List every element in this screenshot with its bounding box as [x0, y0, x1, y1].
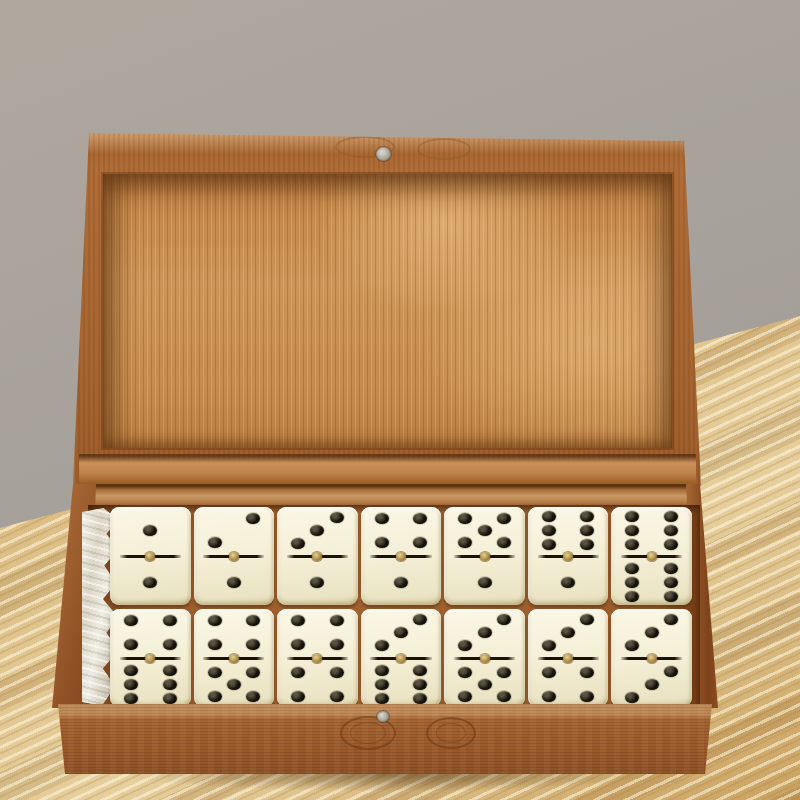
domino-half-top [277, 507, 358, 553]
box-lid [73, 128, 702, 486]
domino-half-top [528, 507, 609, 553]
bamboo-knot-icon [426, 717, 476, 749]
domino-half-top [194, 609, 275, 655]
domino-half-bottom [611, 559, 692, 605]
domino-pip [458, 691, 472, 702]
domino-pip [497, 537, 511, 548]
domino-half-bottom [110, 559, 191, 605]
domino-pip [478, 577, 492, 588]
domino-pip [375, 513, 389, 524]
domino-pip [375, 537, 389, 548]
domino-pip [625, 539, 639, 550]
domino-tile-r1c6 [528, 507, 609, 605]
domino-pip [163, 665, 177, 676]
domino-pip [227, 577, 241, 588]
domino-half-bottom [361, 661, 442, 707]
domino-pip [542, 691, 556, 702]
domino-pip [542, 511, 556, 522]
domino-pip [625, 640, 639, 651]
lid-inner-panel [103, 174, 672, 448]
domino-pip [375, 640, 389, 651]
domino-pip [413, 665, 427, 676]
domino-pip [542, 539, 556, 550]
domino-pip [542, 667, 556, 678]
domino-pip [497, 691, 511, 702]
domino-pip [246, 691, 260, 702]
domino-spinner [229, 552, 239, 561]
domino-pip [645, 627, 659, 638]
domino-tile-r1c1 [110, 507, 191, 605]
domino-pip [208, 615, 222, 626]
domino-pip [291, 639, 305, 650]
domino-pip [208, 537, 222, 548]
domino-half-top [444, 507, 525, 553]
domino-pip [330, 639, 344, 650]
domino-pip [542, 525, 556, 536]
domino-spinner [563, 654, 573, 663]
domino-pip [664, 539, 678, 550]
domino-half-bottom [194, 661, 275, 707]
domino-pip [227, 679, 241, 690]
domino-tile-r1c3 [277, 507, 358, 605]
domino-half-top [110, 609, 191, 655]
domino-pip [664, 591, 678, 602]
domino-pip [163, 693, 177, 704]
domino-pip [124, 639, 138, 650]
domino-pip [291, 667, 305, 678]
domino-pip [330, 512, 344, 523]
domino-pip [625, 525, 639, 536]
lid-bottom-rim [79, 454, 696, 486]
domino-pip [625, 692, 639, 703]
domino-spinner [145, 654, 155, 663]
domino-pip [478, 525, 492, 536]
domino-half-bottom [110, 661, 191, 707]
domino-pip [375, 693, 389, 704]
domino-pip [246, 615, 260, 626]
domino-pip [561, 627, 575, 638]
bamboo-knot-icon [340, 716, 396, 750]
domino-pip [625, 591, 639, 602]
domino-tile-r2c6 [528, 609, 609, 707]
domino-pip [124, 679, 138, 690]
domino-half-bottom [444, 559, 525, 605]
domino-tile-r2c3 [277, 609, 358, 707]
domino-spinner [145, 552, 155, 561]
domino-pip [124, 665, 138, 676]
domino-pip [625, 563, 639, 574]
domino-pip [580, 667, 594, 678]
domino-pip [246, 513, 260, 524]
domino-pip [394, 577, 408, 588]
domino-pip [246, 667, 260, 678]
domino-pip [458, 667, 472, 678]
domino-pip [580, 539, 594, 550]
domino-pip [664, 577, 678, 588]
domino-pip [561, 577, 575, 588]
domino-pip [580, 525, 594, 536]
domino-pip [458, 640, 472, 651]
domino-pip [413, 693, 427, 704]
domino-half-bottom [277, 559, 358, 605]
domino-pip [580, 691, 594, 702]
domino-pip [542, 640, 556, 651]
domino-pip [664, 563, 678, 574]
domino-pip [478, 679, 492, 690]
domino-spinner [229, 654, 239, 663]
domino-spinner [396, 552, 406, 561]
domino-half-bottom [611, 661, 692, 707]
domino-half-top [361, 507, 442, 553]
domino-half-bottom [361, 559, 442, 605]
domino-half-bottom [528, 661, 609, 707]
domino-pip [291, 691, 305, 702]
domino-pip [375, 679, 389, 690]
domino-pip [664, 666, 678, 677]
domino-tile-r2c4 [361, 609, 442, 707]
domino-tile-r2c2 [194, 609, 275, 707]
domino-pip [413, 537, 427, 548]
domino-pip [124, 615, 138, 626]
domino-tile-r1c5 [444, 507, 525, 605]
domino-pip [330, 691, 344, 702]
domino-pip [310, 525, 324, 536]
domino-pip [497, 667, 511, 678]
scene [0, 0, 800, 800]
domino-spinner [647, 552, 657, 561]
domino-pip [645, 679, 659, 690]
domino-half-top [194, 507, 275, 553]
domino-pip [208, 639, 222, 650]
box-front-wall [54, 704, 716, 774]
domino-grid [110, 507, 692, 707]
domino-half-bottom [277, 661, 358, 707]
domino-spinner [312, 654, 322, 663]
domino-pip [330, 667, 344, 678]
domino-pip [394, 627, 408, 638]
lid-magnet-clasp-icon [376, 147, 391, 161]
domino-pip [143, 525, 157, 536]
domino-pip [143, 577, 157, 588]
domino-pip [163, 615, 177, 626]
domino-half-top [528, 609, 609, 655]
domino-half-bottom [444, 661, 525, 707]
domino-spinner [647, 654, 657, 663]
domino-pip [664, 614, 678, 625]
domino-spinner [312, 552, 322, 561]
domino-pip [413, 614, 427, 625]
domino-pip [330, 615, 344, 626]
domino-tile-r2c5 [444, 609, 525, 707]
domino-half-top [361, 609, 442, 655]
domino-half-top [611, 507, 692, 553]
domino-pip [310, 577, 324, 588]
domino-half-bottom [528, 559, 609, 605]
domino-tile-r1c4 [361, 507, 442, 605]
domino-pip [580, 614, 594, 625]
domino-pip [291, 615, 305, 626]
domino-pip [478, 627, 492, 638]
domino-half-top [110, 507, 191, 553]
domino-tile-r1c7 [611, 507, 692, 605]
domino-pip [664, 525, 678, 536]
domino-tile-r2c7 [611, 609, 692, 707]
domino-pip [497, 614, 511, 625]
domino-pip [208, 691, 222, 702]
domino-pip [375, 665, 389, 676]
domino-spinner [480, 552, 490, 561]
domino-half-bottom [194, 559, 275, 605]
domino-pip [246, 639, 260, 650]
domino-pip [458, 513, 472, 524]
domino-pip [625, 511, 639, 522]
domino-spinner [563, 552, 573, 561]
domino-pip [163, 639, 177, 650]
domino-pip [625, 577, 639, 588]
domino-pip [163, 679, 177, 690]
domino-half-top [611, 609, 692, 655]
domino-pip [458, 537, 472, 548]
domino-pip [580, 511, 594, 522]
front-magnet-clasp-icon [377, 711, 389, 722]
domino-pip [664, 511, 678, 522]
domino-pip [497, 513, 511, 524]
domino-spinner [396, 654, 406, 663]
domino-half-top [444, 609, 525, 655]
domino-pip [413, 513, 427, 524]
domino-pip [124, 693, 138, 704]
bamboo-knot-icon [417, 138, 471, 160]
domino-pip [413, 679, 427, 690]
domino-pip [208, 667, 222, 678]
domino-pip [291, 538, 305, 549]
domino-tile-r2c1 [110, 609, 191, 707]
domino-half-top [277, 609, 358, 655]
domino-tile-r1c2 [194, 507, 275, 605]
domino-spinner [480, 654, 490, 663]
